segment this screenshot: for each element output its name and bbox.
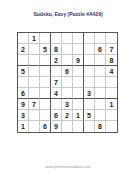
cell-r5c2[interactable] [29,77,40,88]
cell-r9c5[interactable] [62,121,73,132]
cell-r3c9[interactable]: 8 [106,55,117,66]
cell-r9c7[interactable] [84,121,95,132]
cell-r3c7[interactable] [84,55,95,66]
cell-r8c2[interactable] [29,110,40,121]
cell-r1c8[interactable] [95,33,106,44]
cell-r1c3[interactable] [40,33,51,44]
cell-r4c5[interactable]: 6 [62,66,73,77]
cell-r3c8[interactable] [95,55,106,66]
cell-r3c5[interactable] [62,55,73,66]
cell-r7c7[interactable] [84,99,95,110]
cell-r4c4[interactable] [51,66,62,77]
cell-r7c6[interactable] [73,99,84,110]
cell-r7c4[interactable] [51,99,62,110]
cell-r8c7[interactable]: 5 [84,110,95,121]
cell-r4c2[interactable] [29,66,40,77]
cell-r4c7[interactable] [84,66,95,77]
cell-r5c4[interactable]: 7 [51,77,62,88]
cell-r9c4[interactable]: 9 [51,121,62,132]
cell-r5c6[interactable] [73,77,84,88]
cell-r4c6[interactable] [73,66,84,77]
cell-r7c9[interactable]: 1 [106,99,117,110]
cell-r6c1[interactable]: 6 [18,88,29,99]
cell-r8c3[interactable] [40,110,51,121]
cell-r8c6[interactable]: 1 [73,110,84,121]
cell-r2c2[interactable] [29,44,40,55]
cell-r4c8[interactable] [95,66,106,77]
cell-r6c7[interactable]: 3 [84,88,95,99]
cell-r3c1[interactable] [18,55,29,66]
footer-url: www.printfreesudoku.com [0,164,136,169]
cell-r7c5[interactable]: 3 [62,99,73,110]
cell-r8c1[interactable]: 3 [18,110,29,121]
cell-r8c8[interactable] [95,110,106,121]
cell-r8c5[interactable]: 2 [62,110,73,121]
cell-r2c1[interactable]: 2 [18,44,29,55]
cell-r3c4[interactable]: 2 [51,55,62,66]
sudoku-board: 12586729856476439731362151698 [17,32,118,133]
cell-r4c1[interactable]: 5 [18,66,29,77]
cell-r2c5[interactable] [62,44,73,55]
cell-r9c2[interactable] [29,121,40,132]
cell-r3c6[interactable]: 9 [73,55,84,66]
cell-r9c1[interactable]: 1 [18,121,29,132]
cell-r1c4[interactable] [51,33,62,44]
cell-r1c5[interactable] [62,33,73,44]
cell-r1c2[interactable]: 1 [29,33,40,44]
cell-r2c7[interactable] [84,44,95,55]
cell-r2c8[interactable]: 6 [95,44,106,55]
cell-r6c5[interactable] [62,88,73,99]
cell-r5c7[interactable] [84,77,95,88]
cell-r6c4[interactable]: 4 [51,88,62,99]
cell-r1c7[interactable] [84,33,95,44]
cell-r1c6[interactable] [73,33,84,44]
cell-r1c1[interactable] [18,33,29,44]
cell-r6c6[interactable] [73,88,84,99]
cell-r1c9[interactable] [106,33,117,44]
cell-r2c9[interactable]: 7 [106,44,117,55]
cell-r6c3[interactable] [40,88,51,99]
cell-r7c8[interactable] [95,99,106,110]
cell-r8c4[interactable]: 6 [51,110,62,121]
cell-r9c9[interactable] [106,121,117,132]
cell-r3c3[interactable] [40,55,51,66]
cell-r7c1[interactable]: 9 [18,99,29,110]
cell-r6c8[interactable] [95,88,106,99]
puzzle-title: Sudoku, Easy (Puzzle #A429) [0,11,136,17]
cell-r7c3[interactable] [40,99,51,110]
cell-r6c9[interactable] [106,88,117,99]
cell-r6c2[interactable] [29,88,40,99]
cell-r5c3[interactable] [40,77,51,88]
cell-r7c2[interactable]: 7 [29,99,40,110]
cell-r5c9[interactable] [106,77,117,88]
cell-r9c8[interactable]: 8 [95,121,106,132]
cell-r8c9[interactable] [106,110,117,121]
cell-r4c3[interactable] [40,66,51,77]
cell-r5c1[interactable] [18,77,29,88]
cell-r3c2[interactable] [29,55,40,66]
cell-r4c9[interactable]: 4 [106,66,117,77]
cell-r5c8[interactable] [95,77,106,88]
cell-r2c3[interactable]: 5 [40,44,51,55]
cell-r5c5[interactable] [62,77,73,88]
cell-r9c6[interactable] [73,121,84,132]
cell-r2c6[interactable] [73,44,84,55]
cell-r2c4[interactable]: 8 [51,44,62,55]
cell-r9c3[interactable]: 6 [40,121,51,132]
